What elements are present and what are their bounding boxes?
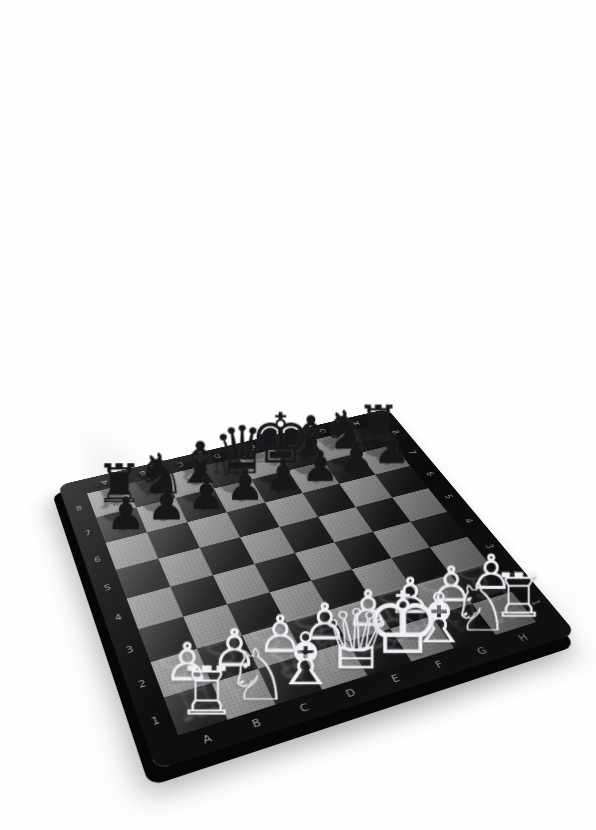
piece-black-pawn-e7: ♟ [263, 454, 303, 497]
piece-black-pawn-f7: ♟ [301, 445, 341, 487]
piece-black-pawn-a7: ♟ [105, 491, 147, 536]
piece-black-pawn-g7: ♟ [337, 436, 376, 478]
piece-black-pawn-d7: ♟ [225, 463, 266, 507]
board-scene: ABCDEFGH8877665544332211ABCDEFGH ♜♜♞♞♝♝♛… [97, 355, 493, 751]
chess-board: ABCDEFGH8877665544332211ABCDEFGH ♜♜♞♞♝♝♛… [58, 409, 576, 770]
piece-black-pawn-c7: ♟ [186, 472, 227, 516]
piece-black-pawn-b7: ♟ [146, 482, 188, 527]
piece-white-rook-a1: ♖ [177, 659, 229, 726]
product-photo-stage: ABCDEFGH8877665544332211ABCDEFGH ♜♜♞♞♝♝♛… [0, 0, 596, 830]
